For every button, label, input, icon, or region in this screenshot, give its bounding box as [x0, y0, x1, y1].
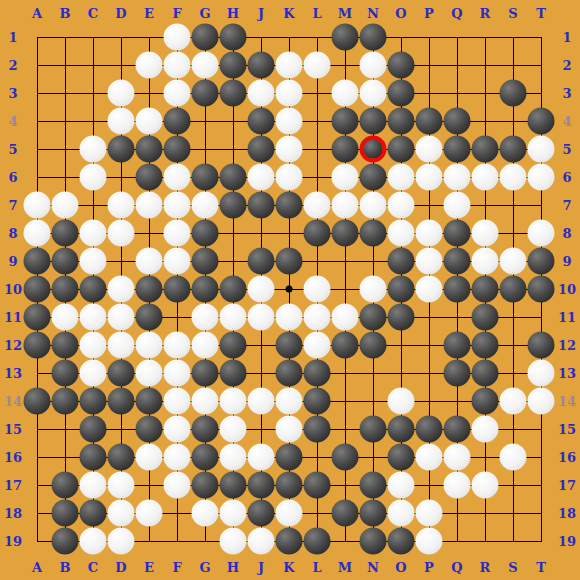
stone-white[interactable] — [444, 164, 471, 191]
stone-black[interactable] — [136, 136, 163, 163]
stone-white[interactable] — [136, 192, 163, 219]
stone-white[interactable] — [192, 388, 219, 415]
stone-white[interactable] — [388, 500, 415, 527]
col-label-bottom-P: P — [424, 561, 434, 574]
stone-white[interactable] — [108, 528, 135, 555]
stone-black[interactable] — [220, 472, 247, 499]
stone-white[interactable] — [80, 248, 107, 275]
stone-white[interactable] — [192, 500, 219, 527]
stone-black-last-move-marker[interactable] — [360, 136, 387, 163]
stone-white[interactable] — [80, 360, 107, 387]
stone-white[interactable] — [192, 304, 219, 331]
row-label-right-2: 2 — [562, 59, 571, 72]
col-label-top-B: B — [60, 7, 71, 20]
row-label-left-11: 11 — [4, 311, 22, 324]
stone-white[interactable] — [528, 388, 555, 415]
row-label-right-17: 17 — [558, 479, 576, 492]
stone-white[interactable] — [248, 304, 275, 331]
row-label-right-10: 10 — [558, 283, 576, 296]
stone-white[interactable] — [108, 500, 135, 527]
stone-white[interactable] — [136, 108, 163, 135]
stone-black[interactable] — [220, 332, 247, 359]
col-label-top-P: P — [424, 7, 434, 20]
stone-white[interactable] — [136, 248, 163, 275]
stone-white[interactable] — [220, 416, 247, 443]
stone-white[interactable] — [164, 220, 191, 247]
row-label-left-19: 19 — [4, 535, 22, 548]
stone-black[interactable] — [304, 220, 331, 247]
stone-black[interactable] — [248, 136, 275, 163]
stone-black[interactable] — [248, 192, 275, 219]
stone-black[interactable] — [276, 360, 303, 387]
stone-black[interactable] — [52, 528, 79, 555]
stone-white[interactable] — [500, 164, 527, 191]
stone-white[interactable] — [24, 220, 51, 247]
stone-white[interactable] — [164, 444, 191, 471]
col-label-top-S: S — [508, 7, 517, 20]
stone-black[interactable] — [220, 164, 247, 191]
stone-white[interactable] — [108, 220, 135, 247]
stone-black[interactable] — [360, 164, 387, 191]
row-label-right-5: 5 — [562, 143, 571, 156]
stone-black[interactable] — [52, 276, 79, 303]
stone-black[interactable] — [388, 528, 415, 555]
row-label-right-18: 18 — [558, 507, 576, 520]
stone-white[interactable] — [388, 192, 415, 219]
stone-white[interactable] — [500, 248, 527, 275]
stone-black[interactable] — [276, 332, 303, 359]
stone-white[interactable] — [248, 528, 275, 555]
stone-white[interactable] — [304, 276, 331, 303]
stone-black[interactable] — [24, 276, 51, 303]
stone-black[interactable] — [276, 444, 303, 471]
stone-white[interactable] — [388, 472, 415, 499]
row-label-right-14: 14 — [558, 395, 576, 408]
stone-white[interactable] — [500, 444, 527, 471]
col-label-bottom-E: E — [144, 561, 154, 574]
stone-black[interactable] — [192, 24, 219, 51]
row-label-left-7: 7 — [8, 199, 17, 212]
stone-black[interactable] — [444, 360, 471, 387]
col-label-bottom-F: F — [172, 561, 181, 574]
stone-white[interactable] — [220, 500, 247, 527]
stone-black[interactable] — [52, 248, 79, 275]
stone-black[interactable] — [360, 416, 387, 443]
row-label-left-2: 2 — [8, 59, 17, 72]
stone-black[interactable] — [80, 276, 107, 303]
go-board[interactable]: AABBCCDDEEFFGGHHJJKKLLMMNNOOPPQQRRSSTT11… — [0, 0, 580, 580]
stone-black[interactable] — [108, 388, 135, 415]
stone-black[interactable] — [248, 248, 275, 275]
stone-black[interactable] — [304, 528, 331, 555]
stone-white[interactable] — [220, 444, 247, 471]
stone-black[interactable] — [528, 276, 555, 303]
stone-black[interactable] — [444, 276, 471, 303]
stone-white[interactable] — [500, 388, 527, 415]
stone-white[interactable] — [304, 332, 331, 359]
stone-white[interactable] — [304, 52, 331, 79]
stone-white[interactable] — [164, 248, 191, 275]
stone-white[interactable] — [80, 528, 107, 555]
stone-white[interactable] — [276, 108, 303, 135]
stone-black[interactable] — [360, 24, 387, 51]
stone-black[interactable] — [416, 416, 443, 443]
stone-white[interactable] — [276, 164, 303, 191]
stone-black[interactable] — [276, 528, 303, 555]
row-label-right-9: 9 — [562, 255, 571, 268]
stone-white[interactable] — [276, 136, 303, 163]
stone-black[interactable] — [192, 360, 219, 387]
row-label-left-10: 10 — [4, 283, 22, 296]
col-label-bottom-K: K — [283, 561, 294, 574]
col-label-bottom-G: G — [199, 561, 210, 574]
col-label-top-A: A — [32, 7, 42, 20]
stone-white[interactable] — [388, 388, 415, 415]
stone-black[interactable] — [472, 276, 499, 303]
stone-white[interactable] — [276, 388, 303, 415]
stone-black[interactable] — [24, 304, 51, 331]
stone-black[interactable] — [136, 388, 163, 415]
stone-white[interactable] — [108, 80, 135, 107]
stone-white[interactable] — [276, 80, 303, 107]
stone-black[interactable] — [332, 136, 359, 163]
stone-white[interactable] — [248, 444, 275, 471]
stone-black[interactable] — [220, 52, 247, 79]
stone-white[interactable] — [472, 220, 499, 247]
stone-white[interactable] — [332, 304, 359, 331]
stone-black[interactable] — [304, 388, 331, 415]
stone-black[interactable] — [164, 136, 191, 163]
stone-white[interactable] — [360, 276, 387, 303]
stone-black[interactable] — [528, 248, 555, 275]
stone-black[interactable] — [360, 528, 387, 555]
stone-white[interactable] — [248, 80, 275, 107]
stone-black[interactable] — [332, 108, 359, 135]
stone-white[interactable] — [360, 52, 387, 79]
col-label-top-G: G — [199, 7, 210, 20]
star-point — [286, 286, 293, 293]
stone-black[interactable] — [248, 108, 275, 135]
stone-white[interactable] — [304, 192, 331, 219]
stone-black[interactable] — [472, 360, 499, 387]
stone-black[interactable] — [332, 444, 359, 471]
stone-white[interactable] — [108, 472, 135, 499]
col-label-top-J: J — [258, 7, 264, 20]
stone-white[interactable] — [220, 304, 247, 331]
stone-white[interactable] — [276, 416, 303, 443]
stone-white[interactable] — [220, 528, 247, 555]
col-label-bottom-H: H — [227, 561, 239, 574]
row-label-left-6: 6 — [8, 171, 17, 184]
stone-white[interactable] — [136, 332, 163, 359]
stone-white[interactable] — [164, 388, 191, 415]
stone-white[interactable] — [528, 136, 555, 163]
stone-black[interactable] — [108, 360, 135, 387]
stone-black[interactable] — [248, 472, 275, 499]
col-label-top-E: E — [144, 7, 154, 20]
col-label-bottom-S: S — [508, 561, 517, 574]
stone-white[interactable] — [192, 52, 219, 79]
stone-white[interactable] — [52, 304, 79, 331]
col-label-top-D: D — [115, 7, 126, 20]
stone-black[interactable] — [360, 108, 387, 135]
stone-black[interactable] — [360, 500, 387, 527]
stone-white[interactable] — [388, 164, 415, 191]
stone-white[interactable] — [472, 416, 499, 443]
row-label-right-19: 19 — [558, 535, 576, 548]
stone-black[interactable] — [80, 416, 107, 443]
row-label-left-12: 12 — [4, 339, 22, 352]
col-label-bottom-N: N — [367, 561, 379, 574]
row-label-left-18: 18 — [4, 507, 22, 520]
row-label-left-13: 13 — [4, 367, 22, 380]
stone-black[interactable] — [388, 444, 415, 471]
stone-black[interactable] — [24, 248, 51, 275]
stone-black[interactable] — [192, 444, 219, 471]
stone-white[interactable] — [108, 276, 135, 303]
stone-black[interactable] — [52, 332, 79, 359]
stone-white[interactable] — [444, 472, 471, 499]
stone-black[interactable] — [360, 472, 387, 499]
stone-black[interactable] — [500, 80, 527, 107]
stone-white[interactable] — [360, 192, 387, 219]
stone-black[interactable] — [52, 500, 79, 527]
stone-white[interactable] — [136, 500, 163, 527]
stone-white[interactable] — [80, 136, 107, 163]
stone-white[interactable] — [416, 220, 443, 247]
stone-white[interactable] — [444, 444, 471, 471]
stone-black[interactable] — [388, 276, 415, 303]
stone-white[interactable] — [276, 304, 303, 331]
stone-black[interactable] — [304, 360, 331, 387]
col-label-top-F: F — [172, 7, 181, 20]
stone-black[interactable] — [136, 276, 163, 303]
stone-black[interactable] — [500, 276, 527, 303]
stone-white[interactable] — [164, 360, 191, 387]
row-label-left-17: 17 — [4, 479, 22, 492]
stone-black[interactable] — [108, 444, 135, 471]
stone-black[interactable] — [388, 304, 415, 331]
stone-black[interactable] — [80, 500, 107, 527]
stone-white[interactable] — [248, 388, 275, 415]
stone-black[interactable] — [52, 360, 79, 387]
stone-black[interactable] — [360, 220, 387, 247]
stone-white[interactable] — [444, 192, 471, 219]
col-label-top-T: T — [536, 7, 546, 20]
row-label-right-4: 4 — [562, 115, 571, 128]
stone-white[interactable] — [416, 136, 443, 163]
stone-black[interactable] — [164, 276, 191, 303]
stone-black[interactable] — [192, 164, 219, 191]
stone-white[interactable] — [164, 24, 191, 51]
stone-white[interactable] — [332, 192, 359, 219]
stone-black[interactable] — [220, 80, 247, 107]
stone-white[interactable] — [248, 164, 275, 191]
stone-black[interactable] — [276, 472, 303, 499]
stone-white[interactable] — [248, 276, 275, 303]
stone-black[interactable] — [24, 388, 51, 415]
stone-black[interactable] — [52, 472, 79, 499]
col-label-top-M: M — [338, 7, 352, 20]
stone-white[interactable] — [80, 332, 107, 359]
stone-white[interactable] — [24, 192, 51, 219]
stone-white[interactable] — [528, 164, 555, 191]
stone-black[interactable] — [388, 80, 415, 107]
stone-white[interactable] — [528, 220, 555, 247]
stone-white[interactable] — [108, 332, 135, 359]
stone-black[interactable] — [108, 136, 135, 163]
stone-black[interactable] — [360, 304, 387, 331]
stone-white[interactable] — [136, 360, 163, 387]
stone-black[interactable] — [332, 332, 359, 359]
stone-white[interactable] — [388, 220, 415, 247]
stone-white[interactable] — [192, 192, 219, 219]
col-label-top-R: R — [480, 7, 491, 20]
row-label-right-6: 6 — [562, 171, 571, 184]
row-label-left-1: 1 — [8, 31, 17, 44]
stone-white[interactable] — [332, 80, 359, 107]
stone-black[interactable] — [332, 220, 359, 247]
stone-black[interactable] — [388, 248, 415, 275]
stone-black[interactable] — [416, 108, 443, 135]
stone-black[interactable] — [388, 108, 415, 135]
stone-black[interactable] — [192, 248, 219, 275]
stone-white[interactable] — [192, 332, 219, 359]
stone-black[interactable] — [248, 52, 275, 79]
stone-white[interactable] — [416, 248, 443, 275]
stone-black[interactable] — [528, 108, 555, 135]
row-label-left-3: 3 — [8, 87, 17, 100]
col-label-bottom-O: O — [395, 561, 406, 574]
stone-white[interactable] — [108, 108, 135, 135]
stone-black[interactable] — [80, 388, 107, 415]
col-label-top-O: O — [395, 7, 406, 20]
stone-white[interactable] — [360, 80, 387, 107]
stone-white[interactable] — [416, 528, 443, 555]
col-label-top-K: K — [283, 7, 294, 20]
stone-white[interactable] — [164, 192, 191, 219]
col-label-bottom-M: M — [338, 561, 352, 574]
stone-white[interactable] — [332, 164, 359, 191]
stone-black[interactable] — [276, 248, 303, 275]
stone-black[interactable] — [52, 388, 79, 415]
stone-black[interactable] — [80, 444, 107, 471]
row-label-right-12: 12 — [558, 339, 576, 352]
stone-black[interactable] — [192, 220, 219, 247]
stone-white[interactable] — [80, 164, 107, 191]
stone-black[interactable] — [192, 80, 219, 107]
stone-white[interactable] — [472, 164, 499, 191]
stone-black[interactable] — [332, 500, 359, 527]
stone-white[interactable] — [136, 52, 163, 79]
stone-black[interactable] — [52, 220, 79, 247]
stone-white[interactable] — [220, 388, 247, 415]
stone-black[interactable] — [444, 416, 471, 443]
stone-black[interactable] — [276, 192, 303, 219]
stone-black[interactable] — [304, 472, 331, 499]
stone-black[interactable] — [444, 108, 471, 135]
stone-black[interactable] — [472, 332, 499, 359]
row-label-right-7: 7 — [562, 199, 571, 212]
stone-white[interactable] — [164, 416, 191, 443]
stone-black[interactable] — [220, 276, 247, 303]
stone-black[interactable] — [136, 164, 163, 191]
col-label-top-H: H — [227, 7, 239, 20]
stone-white[interactable] — [276, 52, 303, 79]
stone-white[interactable] — [164, 52, 191, 79]
stone-black[interactable] — [360, 332, 387, 359]
stone-black[interactable] — [388, 416, 415, 443]
col-label-bottom-L: L — [312, 561, 321, 574]
col-label-bottom-C: C — [88, 561, 98, 574]
stone-white[interactable] — [164, 164, 191, 191]
stone-black[interactable] — [472, 388, 499, 415]
col-label-bottom-T: T — [536, 561, 546, 574]
stone-white[interactable] — [136, 444, 163, 471]
row-label-right-11: 11 — [558, 311, 576, 324]
col-label-top-C: C — [88, 7, 98, 20]
stone-white[interactable] — [80, 472, 107, 499]
stone-white[interactable] — [416, 444, 443, 471]
stone-black[interactable] — [444, 136, 471, 163]
stone-black[interactable] — [136, 304, 163, 331]
stone-black[interactable] — [220, 192, 247, 219]
stone-white[interactable] — [416, 500, 443, 527]
stone-black[interactable] — [444, 248, 471, 275]
stone-black[interactable] — [192, 416, 219, 443]
stone-black[interactable] — [220, 360, 247, 387]
row-label-right-1: 1 — [562, 31, 571, 44]
stone-white[interactable] — [304, 304, 331, 331]
stone-black[interactable] — [164, 108, 191, 135]
stone-white[interactable] — [472, 248, 499, 275]
stone-white[interactable] — [276, 500, 303, 527]
stone-white[interactable] — [164, 80, 191, 107]
stone-black[interactable] — [192, 472, 219, 499]
stone-white[interactable] — [528, 360, 555, 387]
stone-black[interactable] — [444, 332, 471, 359]
stone-white[interactable] — [80, 304, 107, 331]
stone-white[interactable] — [472, 472, 499, 499]
stone-white[interactable] — [416, 164, 443, 191]
stone-white[interactable] — [416, 276, 443, 303]
stone-black[interactable] — [24, 332, 51, 359]
stone-black[interactable] — [332, 24, 359, 51]
stone-white[interactable] — [108, 304, 135, 331]
stone-black[interactable] — [444, 220, 471, 247]
stone-black[interactable] — [248, 500, 275, 527]
row-label-left-8: 8 — [8, 227, 17, 240]
stone-white[interactable] — [164, 332, 191, 359]
stone-black[interactable] — [304, 416, 331, 443]
stone-white[interactable] — [108, 192, 135, 219]
stone-black[interactable] — [472, 304, 499, 331]
stone-black[interactable] — [388, 52, 415, 79]
col-label-bottom-J: J — [258, 561, 264, 574]
stone-black[interactable] — [472, 136, 499, 163]
stone-white[interactable] — [164, 472, 191, 499]
stone-black[interactable] — [136, 416, 163, 443]
stone-black[interactable] — [220, 24, 247, 51]
stone-black[interactable] — [528, 332, 555, 359]
stone-black[interactable] — [388, 136, 415, 163]
row-label-right-13: 13 — [558, 367, 576, 380]
stone-black[interactable] — [192, 276, 219, 303]
stone-white[interactable] — [80, 220, 107, 247]
col-label-bottom-R: R — [480, 561, 491, 574]
stone-white[interactable] — [52, 192, 79, 219]
stone-black[interactable] — [500, 136, 527, 163]
